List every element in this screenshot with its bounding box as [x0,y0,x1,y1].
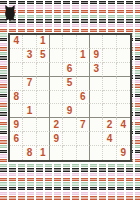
sudoku-board: 4135196375861992724694819 [8,33,132,162]
sudoku-cell[interactable]: 4 [103,132,116,146]
sudoku-cell[interactable] [23,63,36,77]
sudoku-cell[interactable] [90,104,103,118]
sudoku-cell[interactable] [77,104,90,118]
sudoku-cell[interactable] [37,63,50,77]
sudoku-cell[interactable] [103,77,116,91]
sudoku-cell[interactable]: 9 [90,49,103,63]
sudoku-cell[interactable]: 1 [37,146,50,160]
sudoku-cell[interactable] [23,91,36,105]
sudoku-cell[interactable]: 7 [77,118,90,132]
sudoku-cell[interactable] [77,132,90,146]
sudoku-cell[interactable] [10,63,23,77]
sudoku-cell[interactable] [77,77,90,91]
sudoku-cell[interactable] [117,91,130,105]
sudoku-cell[interactable] [37,91,50,105]
sudoku-cell[interactable] [37,77,50,91]
sudoku-cell[interactable] [50,77,63,91]
sudoku-cell[interactable] [77,146,90,160]
sudoku-cell[interactable] [103,146,116,160]
sudoku-cell[interactable]: 2 [103,118,116,132]
sudoku-cell[interactable] [37,104,50,118]
sudoku-cell[interactable] [103,35,116,49]
sudoku-cell[interactable] [117,49,130,63]
sudoku-cell[interactable] [50,146,63,160]
sudoku-cell[interactable]: 5 [37,49,50,63]
sudoku-cell[interactable] [50,49,63,63]
sudoku-cell[interactable]: 4 [117,118,130,132]
sudoku-cell[interactable]: 1 [77,49,90,63]
sudoku-cell[interactable] [50,63,63,77]
sudoku-cell[interactable]: 9 [10,118,23,132]
sudoku-cell[interactable] [37,132,50,146]
sudoku-cell[interactable] [63,118,76,132]
sudoku-cell[interactable] [117,132,130,146]
sudoku-cell[interactable] [77,63,90,77]
sudoku-cell[interactable]: 5 [63,77,76,91]
page: 4135196375861992724694819 [0,0,140,200]
sudoku-cell[interactable] [37,118,50,132]
sudoku-cell[interactable]: 6 [63,63,76,77]
sudoku-cell[interactable] [10,77,23,91]
sudoku-cell[interactable] [63,49,76,63]
sudoku-cell[interactable] [50,91,63,105]
sudoku-cell[interactable]: 3 [90,63,103,77]
sudoku-cell[interactable]: 9 [63,104,76,118]
sudoku-cell[interactable] [90,132,103,146]
sudoku-cell[interactable] [63,35,76,49]
sudoku-cell[interactable] [23,35,36,49]
sudoku-cell[interactable] [117,104,130,118]
sudoku-cell[interactable]: 6 [10,132,23,146]
sudoku-cell[interactable] [117,77,130,91]
sudoku-cell[interactable] [117,63,130,77]
sudoku-cell[interactable]: 6 [77,91,90,105]
sudoku-cell[interactable]: 8 [23,146,36,160]
sudoku-cell[interactable] [103,63,116,77]
sudoku-cell[interactable] [63,146,76,160]
sudoku-cell[interactable]: 9 [117,146,130,160]
sudoku-cell[interactable] [10,104,23,118]
sudoku-cell[interactable]: 9 [50,132,63,146]
sudoku-cell[interactable] [103,104,116,118]
sudoku-cell[interactable] [63,132,76,146]
sudoku-cell[interactable]: 3 [23,49,36,63]
sudoku-cell[interactable] [10,146,23,160]
sudoku-cell[interactable]: 1 [37,35,50,49]
sudoku-cell[interactable] [90,146,103,160]
sudoku-cell[interactable] [23,132,36,146]
sudoku-cell[interactable] [50,104,63,118]
sudoku-cell[interactable] [90,35,103,49]
sudoku-cell[interactable]: 2 [50,118,63,132]
sudoku-cell[interactable] [63,91,76,105]
sudoku-cell[interactable] [77,35,90,49]
sudoku-cell[interactable] [23,118,36,132]
sudoku-cell[interactable] [117,35,130,49]
sudoku-cell[interactable] [103,91,116,105]
sudoku-cell[interactable] [103,49,116,63]
sudoku-cell[interactable] [90,91,103,105]
sudoku-cell[interactable] [90,118,103,132]
sudoku-cell[interactable]: 1 [23,104,36,118]
sudoku-cell[interactable]: 4 [10,35,23,49]
sudoku-cell[interactable]: 7 [23,77,36,91]
sudoku-cell[interactable] [10,49,23,63]
owl-icon [4,5,16,22]
border-stripe [0,196,140,200]
sudoku-cell[interactable] [50,35,63,49]
sudoku-cell[interactable]: 8 [10,91,23,105]
sudoku-cell[interactable] [90,77,103,91]
